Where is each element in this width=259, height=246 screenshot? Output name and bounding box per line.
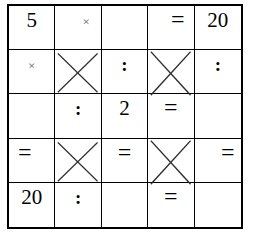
diagonal-cross-icon — [149, 49, 192, 96]
multiply-icon: × — [82, 15, 89, 28]
divide-sign: : — [75, 188, 81, 207]
puzzle-grid: 5 × = 20 × : : : 2 = = = = 20 : = — [7, 4, 243, 229]
cell-r2c1: × — [9, 50, 55, 94]
cell-r2c5: : — [195, 50, 241, 94]
cell-r1c5: 20 — [195, 6, 241, 50]
cell-r2c3: : — [102, 50, 148, 94]
equals-sign: = — [164, 184, 178, 208]
cell-r4c2-blocked — [55, 139, 101, 183]
equals-sign: = — [164, 95, 178, 119]
diagonal-cross-icon — [56, 51, 99, 93]
divide-sign: : — [121, 55, 127, 74]
cell-r1c2: × — [55, 6, 101, 50]
equals-sign: = — [171, 7, 185, 31]
cell-r1c3[interactable] — [102, 6, 148, 50]
cell-r1c4: = — [148, 6, 194, 50]
equals-sign: = — [221, 140, 235, 164]
divide-sign: : — [215, 55, 221, 74]
cell-r4c4-blocked — [148, 139, 194, 183]
cell-r4c5: = — [195, 139, 241, 183]
cell-r2c2-blocked — [55, 50, 101, 94]
divide-sign: : — [75, 99, 81, 118]
cell-r4c1: = — [9, 139, 55, 183]
cell-r4c3: = — [102, 139, 148, 183]
diagonal-cross-icon — [56, 140, 99, 182]
cell-r3c1[interactable] — [9, 94, 55, 138]
cell-r3c3: 2 — [102, 94, 148, 138]
cell-r5c3[interactable] — [102, 183, 148, 227]
equals-sign: = — [118, 140, 132, 164]
cell-r5c2: : — [55, 183, 101, 227]
equals-sign: = — [18, 140, 32, 164]
multiply-icon: × — [28, 59, 35, 72]
cell-r3c4: = — [148, 94, 194, 138]
cell-r5c4: = — [148, 183, 194, 227]
diagonal-cross-icon — [149, 138, 192, 185]
cell-r5c1: 20 — [9, 183, 55, 227]
cell-r3c2: : — [55, 94, 101, 138]
cell-r5c5[interactable] — [195, 183, 241, 227]
cell-r1c1: 5 — [9, 6, 55, 50]
cell-r3c5[interactable] — [195, 94, 241, 138]
cell-r2c4-blocked — [148, 50, 194, 94]
